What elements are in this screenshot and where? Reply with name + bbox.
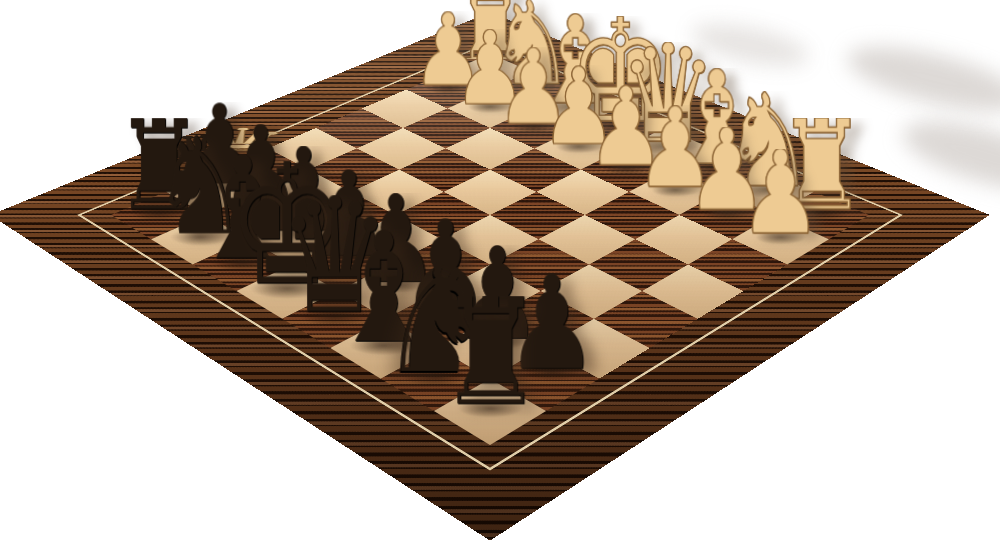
piece-white-pawn[interactable]: ♟ bbox=[728, 149, 832, 239]
pawn-glyph: ♟ bbox=[739, 149, 822, 239]
board-field: ♜♞♝♚♛♝♞♜♟♟♟♟♟♟♟♟♟♟♟♟♟♟♟♟♜♞♝♚♛♝♞♜ bbox=[111, 54, 869, 445]
scene: { "game": { "name": "chess", "descriptio… bbox=[0, 0, 1000, 540]
rook-glyph: ♜ bbox=[437, 296, 543, 411]
piece-black-rook[interactable]: ♜ bbox=[424, 296, 556, 411]
chessboard[interactable]: ♜♞♝♚♛♝♞♜♟♟♟♟♟♟♟♟♟♟♟♟♟♟♟♟♜♞♝♚♛♝♞♜ ♛♛ bbox=[0, 12, 990, 540]
